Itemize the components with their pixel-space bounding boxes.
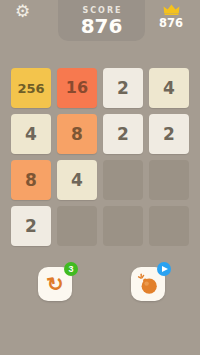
- cell-r3c2-tile-4: 4: [57, 160, 97, 200]
- score-panel: SCORE 876: [58, 0, 145, 41]
- board[interactable]: 25616244822842: [11, 68, 189, 246]
- cell-r4c3-empty: [103, 206, 143, 246]
- cell-r4c2-empty: [57, 206, 97, 246]
- cell-r1c1-tile-256: 256: [11, 68, 51, 108]
- bomb-icon: [136, 272, 160, 296]
- undo-icon: ↻: [45, 273, 65, 296]
- cell-r1c4-tile-4: 4: [149, 68, 189, 108]
- watch-ad-badge: [157, 262, 171, 276]
- cell-r3c4-empty: [149, 160, 189, 200]
- undo-button[interactable]: ↻ 3: [38, 267, 72, 301]
- cell-r2c2-tile-8: 8: [57, 114, 97, 154]
- cell-r2c3-tile-2: 2: [103, 114, 143, 154]
- cell-r2c4-tile-2: 2: [149, 114, 189, 154]
- play-icon: [162, 266, 168, 272]
- undo-count-badge: 3: [64, 262, 78, 276]
- cell-r3c1-tile-8: 8: [11, 160, 51, 200]
- cell-r1c2-tile-16: 16: [57, 68, 97, 108]
- crown-icon: [163, 4, 180, 15]
- settings-gear-icon[interactable]: ⚙: [15, 3, 30, 20]
- cell-r4c4-empty: [149, 206, 189, 246]
- best-score: 876: [154, 4, 188, 30]
- game-screen: ⚙ SCORE 876 876 25616244822842 ↻ 3: [0, 0, 200, 355]
- score-value: 876: [58, 16, 145, 36]
- cell-r1c3-tile-2: 2: [103, 68, 143, 108]
- best-score-value: 876: [154, 16, 188, 30]
- bomb-button[interactable]: [131, 267, 165, 301]
- cell-r2c1-tile-4: 4: [11, 114, 51, 154]
- cell-r4c1-tile-2: 2: [11, 206, 51, 246]
- cell-r3c3-empty: [103, 160, 143, 200]
